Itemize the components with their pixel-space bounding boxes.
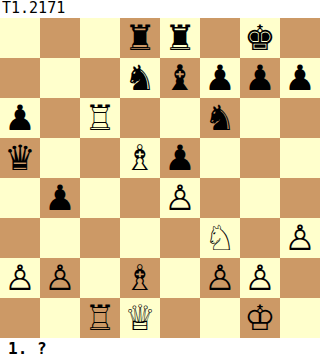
white-pawn[interactable]: ♙ <box>44 258 75 298</box>
square-a2[interactable]: ♙ <box>0 258 40 298</box>
square-b7[interactable] <box>40 58 80 98</box>
square-d2[interactable]: ♗ <box>120 258 160 298</box>
square-c8[interactable] <box>80 18 120 58</box>
square-b4[interactable]: ♟ <box>40 178 80 218</box>
square-d7[interactable]: ♞ <box>120 58 160 98</box>
white-bishop[interactable]: ♗ <box>124 258 155 298</box>
move-prompt: 1. ? <box>0 338 320 360</box>
square-d8[interactable]: ♜ <box>120 18 160 58</box>
white-knight[interactable]: ♘ <box>204 218 235 258</box>
black-pawn[interactable]: ♟ <box>284 58 315 98</box>
square-g7[interactable]: ♟ <box>240 58 280 98</box>
black-rook[interactable]: ♜ <box>124 18 155 58</box>
square-g1[interactable]: ♔ <box>240 298 280 338</box>
square-g5[interactable] <box>240 138 280 178</box>
square-h8[interactable] <box>280 18 320 58</box>
square-a3[interactable] <box>0 218 40 258</box>
square-f3[interactable]: ♘ <box>200 218 240 258</box>
square-a1[interactable] <box>0 298 40 338</box>
white-rook[interactable]: ♖ <box>84 98 115 138</box>
black-queen[interactable]: ♛ <box>4 138 35 178</box>
square-c4[interactable] <box>80 178 120 218</box>
square-e3[interactable] <box>160 218 200 258</box>
square-f2[interactable]: ♙ <box>200 258 240 298</box>
square-g8[interactable]: ♚ <box>240 18 280 58</box>
square-a6[interactable]: ♟ <box>0 98 40 138</box>
chess-board: ♜♜♚♞♝♟♟♟♟♖♞♛♗♟♟♙♘♙♙♙♗♙♙♖♕♔ <box>0 18 320 338</box>
black-pawn[interactable]: ♟ <box>4 98 35 138</box>
square-e2[interactable] <box>160 258 200 298</box>
white-pawn[interactable]: ♙ <box>244 258 275 298</box>
black-king[interactable]: ♚ <box>244 18 275 58</box>
square-f7[interactable]: ♟ <box>200 58 240 98</box>
square-e8[interactable]: ♜ <box>160 18 200 58</box>
square-d3[interactable] <box>120 218 160 258</box>
square-h2[interactable] <box>280 258 320 298</box>
square-b6[interactable] <box>40 98 80 138</box>
white-pawn[interactable]: ♙ <box>204 258 235 298</box>
square-e6[interactable] <box>160 98 200 138</box>
square-c1[interactable]: ♖ <box>80 298 120 338</box>
white-bishop[interactable]: ♗ <box>124 138 155 178</box>
square-g3[interactable] <box>240 218 280 258</box>
white-pawn[interactable]: ♙ <box>164 178 195 218</box>
square-e4[interactable]: ♙ <box>160 178 200 218</box>
square-g2[interactable]: ♙ <box>240 258 280 298</box>
square-d4[interactable] <box>120 178 160 218</box>
white-rook[interactable]: ♖ <box>84 298 115 338</box>
square-c6[interactable]: ♖ <box>80 98 120 138</box>
square-a7[interactable] <box>0 58 40 98</box>
square-c7[interactable] <box>80 58 120 98</box>
square-c2[interactable] <box>80 258 120 298</box>
square-b2[interactable]: ♙ <box>40 258 80 298</box>
square-c3[interactable] <box>80 218 120 258</box>
square-f5[interactable] <box>200 138 240 178</box>
black-rook[interactable]: ♜ <box>164 18 195 58</box>
white-pawn[interactable]: ♙ <box>4 258 35 298</box>
square-e1[interactable] <box>160 298 200 338</box>
white-king[interactable]: ♔ <box>244 298 275 338</box>
black-bishop[interactable]: ♝ <box>164 58 195 98</box>
square-d1[interactable]: ♕ <box>120 298 160 338</box>
square-f8[interactable] <box>200 18 240 58</box>
square-g4[interactable] <box>240 178 280 218</box>
black-knight[interactable]: ♞ <box>204 98 235 138</box>
square-d6[interactable] <box>120 98 160 138</box>
chess-puzzle-app: T1.2171 ♜♜♚♞♝♟♟♟♟♖♞♛♗♟♟♙♘♙♙♙♗♙♙♖♕♔ 1. ? <box>0 0 320 360</box>
black-knight[interactable]: ♞ <box>124 58 155 98</box>
black-pawn[interactable]: ♟ <box>164 138 195 178</box>
square-f6[interactable]: ♞ <box>200 98 240 138</box>
square-a4[interactable] <box>0 178 40 218</box>
puzzle-title: T1.2171 <box>0 0 320 18</box>
square-d5[interactable]: ♗ <box>120 138 160 178</box>
square-a8[interactable] <box>0 18 40 58</box>
black-pawn[interactable]: ♟ <box>244 58 275 98</box>
square-b3[interactable] <box>40 218 80 258</box>
square-h6[interactable] <box>280 98 320 138</box>
square-h7[interactable]: ♟ <box>280 58 320 98</box>
square-h5[interactable] <box>280 138 320 178</box>
black-pawn[interactable]: ♟ <box>44 178 75 218</box>
square-h1[interactable] <box>280 298 320 338</box>
square-b5[interactable] <box>40 138 80 178</box>
square-b1[interactable] <box>40 298 80 338</box>
square-h3[interactable]: ♙ <box>280 218 320 258</box>
square-f4[interactable] <box>200 178 240 218</box>
white-pawn[interactable]: ♙ <box>284 218 315 258</box>
square-g6[interactable] <box>240 98 280 138</box>
white-queen[interactable]: ♕ <box>124 298 155 338</box>
square-e5[interactable]: ♟ <box>160 138 200 178</box>
square-h4[interactable] <box>280 178 320 218</box>
square-a5[interactable]: ♛ <box>0 138 40 178</box>
square-b8[interactable] <box>40 18 80 58</box>
black-pawn[interactable]: ♟ <box>204 58 235 98</box>
square-c5[interactable] <box>80 138 120 178</box>
square-f1[interactable] <box>200 298 240 338</box>
square-e7[interactable]: ♝ <box>160 58 200 98</box>
